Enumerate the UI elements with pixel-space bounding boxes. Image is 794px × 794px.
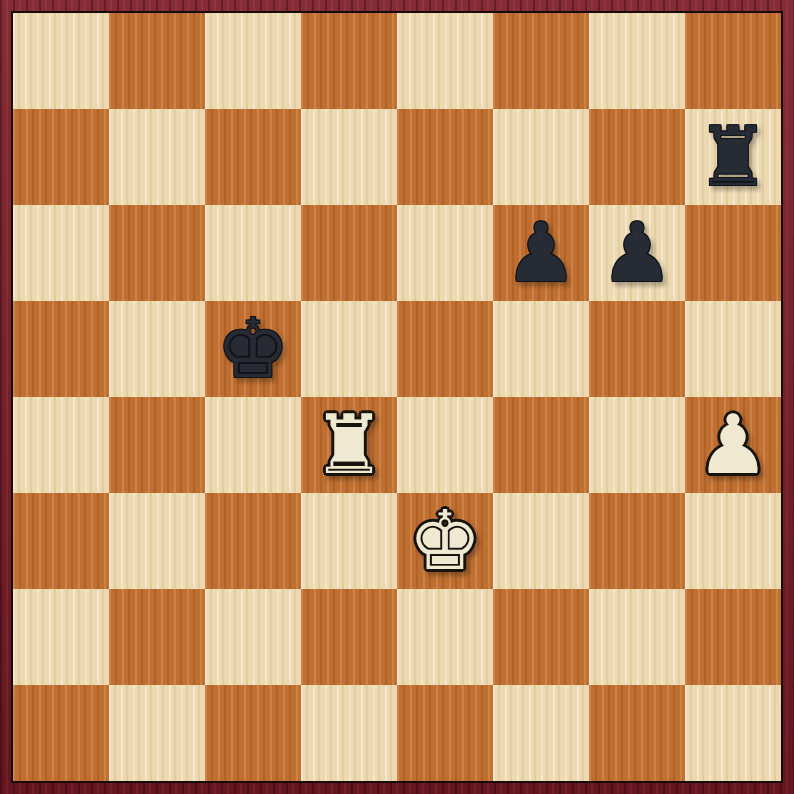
- square-b6[interactable]: [109, 205, 205, 301]
- square-b1[interactable]: [109, 685, 205, 781]
- square-f5[interactable]: [493, 301, 589, 397]
- square-d8[interactable]: [301, 13, 397, 109]
- piece-white-rook-d4[interactable]: ♜: [312, 404, 386, 486]
- square-b7[interactable]: [109, 109, 205, 205]
- piece-black-pawn-f6[interactable]: ♟: [504, 212, 578, 294]
- square-a3[interactable]: [13, 493, 109, 589]
- square-e4[interactable]: [397, 397, 493, 493]
- square-f8[interactable]: [493, 13, 589, 109]
- square-e6[interactable]: [397, 205, 493, 301]
- square-b2[interactable]: [109, 589, 205, 685]
- square-g8[interactable]: [589, 13, 685, 109]
- square-g7[interactable]: [589, 109, 685, 205]
- square-b4[interactable]: [109, 397, 205, 493]
- square-e1[interactable]: [397, 685, 493, 781]
- square-h8[interactable]: [685, 13, 781, 109]
- square-c8[interactable]: [205, 13, 301, 109]
- square-b3[interactable]: [109, 493, 205, 589]
- square-b8[interactable]: [109, 13, 205, 109]
- square-g6[interactable]: ♟: [589, 205, 685, 301]
- square-f4[interactable]: [493, 397, 589, 493]
- square-d3[interactable]: [301, 493, 397, 589]
- square-a8[interactable]: [13, 13, 109, 109]
- square-f6[interactable]: ♟: [493, 205, 589, 301]
- chess-board: ♜♟♟♚♜♟♚: [11, 11, 783, 783]
- square-a7[interactable]: [13, 109, 109, 205]
- square-f7[interactable]: [493, 109, 589, 205]
- square-f3[interactable]: [493, 493, 589, 589]
- piece-black-rook-h7[interactable]: ♜: [696, 116, 770, 198]
- square-a4[interactable]: [13, 397, 109, 493]
- square-h5[interactable]: [685, 301, 781, 397]
- square-c2[interactable]: [205, 589, 301, 685]
- square-c7[interactable]: [205, 109, 301, 205]
- square-c1[interactable]: [205, 685, 301, 781]
- square-a2[interactable]: [13, 589, 109, 685]
- square-g3[interactable]: [589, 493, 685, 589]
- square-c5[interactable]: ♚: [205, 301, 301, 397]
- piece-black-pawn-g6[interactable]: ♟: [600, 212, 674, 294]
- square-d5[interactable]: [301, 301, 397, 397]
- square-d1[interactable]: [301, 685, 397, 781]
- square-e8[interactable]: [397, 13, 493, 109]
- square-b5[interactable]: [109, 301, 205, 397]
- square-e2[interactable]: [397, 589, 493, 685]
- square-h7[interactable]: ♜: [685, 109, 781, 205]
- square-d6[interactable]: [301, 205, 397, 301]
- square-e5[interactable]: [397, 301, 493, 397]
- square-g5[interactable]: [589, 301, 685, 397]
- square-a1[interactable]: [13, 685, 109, 781]
- square-c4[interactable]: [205, 397, 301, 493]
- piece-white-king-e3[interactable]: ♚: [408, 500, 482, 582]
- board-frame: ♜♟♟♚♜♟♚: [0, 0, 794, 794]
- square-g4[interactable]: [589, 397, 685, 493]
- square-g2[interactable]: [589, 589, 685, 685]
- square-a5[interactable]: [13, 301, 109, 397]
- square-f1[interactable]: [493, 685, 589, 781]
- piece-black-king-c5[interactable]: ♚: [216, 308, 290, 390]
- square-h1[interactable]: [685, 685, 781, 781]
- square-d7[interactable]: [301, 109, 397, 205]
- square-d2[interactable]: [301, 589, 397, 685]
- piece-white-pawn-h4[interactable]: ♟: [696, 404, 770, 486]
- square-h4[interactable]: ♟: [685, 397, 781, 493]
- square-a6[interactable]: [13, 205, 109, 301]
- square-c6[interactable]: [205, 205, 301, 301]
- square-h2[interactable]: [685, 589, 781, 685]
- square-h6[interactable]: [685, 205, 781, 301]
- square-f2[interactable]: [493, 589, 589, 685]
- square-c3[interactable]: [205, 493, 301, 589]
- square-e7[interactable]: [397, 109, 493, 205]
- square-g1[interactable]: [589, 685, 685, 781]
- square-e3[interactable]: ♚: [397, 493, 493, 589]
- square-h3[interactable]: [685, 493, 781, 589]
- square-d4[interactable]: ♜: [301, 397, 397, 493]
